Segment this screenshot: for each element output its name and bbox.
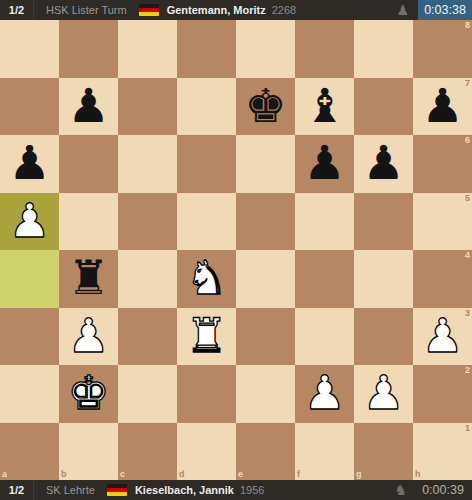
square-c7[interactable] [118,78,177,136]
square-c2[interactable] [118,365,177,423]
white-king: ♚ [67,369,109,416]
bottom-player-bar: 1/2 SK Lehrte Kieselbach, Jannik 1956 ♞ … [0,480,472,500]
square-e3[interactable] [236,308,295,366]
square-h4[interactable]: 4 [413,250,472,308]
square-e5[interactable] [236,193,295,251]
rank-label-7: 7 [465,79,470,88]
white-knight: ♞ [185,254,227,301]
square-h2[interactable]: 2 [413,365,472,423]
top-player-name: Gentemann, Moritz [167,4,266,16]
rank-label-8: 8 [465,21,470,30]
rank-label-5: 5 [465,194,470,203]
square-e1[interactable]: e [236,423,295,481]
square-c5[interactable] [118,193,177,251]
square-d8[interactable] [177,20,236,78]
square-b8[interactable] [59,20,118,78]
square-e8[interactable] [236,20,295,78]
square-b1[interactable]: b [59,423,118,481]
white-pawn: ♟ [421,312,463,359]
square-f2[interactable]: ♟ [295,365,354,423]
rank-label-4: 4 [465,251,470,260]
square-c8[interactable] [118,20,177,78]
rank-label-6: 6 [465,136,470,145]
square-d6[interactable] [177,135,236,193]
black-pawn: ♟ [303,139,345,186]
square-d7[interactable] [177,78,236,136]
square-g7[interactable] [354,78,413,136]
square-c4[interactable] [118,250,177,308]
square-e6[interactable] [236,135,295,193]
german-flag-icon [107,484,127,496]
white-pawn: ♟ [8,197,50,244]
square-a1[interactable]: a [0,423,59,481]
square-a5[interactable]: ♟ [0,193,59,251]
square-f7[interactable]: ♝ [295,78,354,136]
square-b3[interactable]: ♟ [59,308,118,366]
square-d4[interactable]: ♞ [177,250,236,308]
bottom-clock: 0:00:39 [416,480,472,500]
square-g4[interactable] [354,250,413,308]
file-label-e: e [238,470,243,479]
white-rook: ♜ [185,312,227,359]
square-e4[interactable] [236,250,295,308]
square-h1[interactable]: h1 [413,423,472,481]
file-label-f: f [297,470,300,479]
file-label-b: b [61,470,67,479]
square-f4[interactable] [295,250,354,308]
black-pawn: ♟ [421,82,463,129]
square-a4[interactable] [0,250,59,308]
file-label-d: d [179,470,185,479]
bottom-player-rating: 1956 [240,484,264,496]
top-team-name: HSK Lister Turm [46,4,127,16]
black-rook: ♜ [67,254,109,301]
bottom-player-name: Kieselbach, Jannik [135,484,234,496]
top-clock: 0:03:38 [418,0,472,20]
rank-label-3: 3 [465,309,470,318]
square-d1[interactable]: d [177,423,236,481]
square-h5[interactable]: 5 [413,193,472,251]
german-flag-icon [139,4,159,16]
file-label-c: c [120,470,125,479]
square-b2[interactable]: ♚ [59,365,118,423]
square-b4[interactable]: ♜ [59,250,118,308]
black-bishop: ♝ [303,82,345,129]
square-g6[interactable]: ♟ [354,135,413,193]
square-g3[interactable] [354,308,413,366]
square-a6[interactable]: ♟ [0,135,59,193]
top-player-bar: 1/2 HSK Lister Turm Gentemann, Moritz 22… [0,0,472,20]
square-f5[interactable] [295,193,354,251]
white-pawn: ♟ [67,312,109,359]
square-f6[interactable]: ♟ [295,135,354,193]
square-h3[interactable]: ♟3 [413,308,472,366]
square-h7[interactable]: ♟7 [413,78,472,136]
square-b5[interactable] [59,193,118,251]
square-d5[interactable] [177,193,236,251]
square-g2[interactable]: ♟ [354,365,413,423]
square-e2[interactable] [236,365,295,423]
square-a8[interactable] [0,20,59,78]
square-e7[interactable]: ♚ [236,78,295,136]
file-label-h: h [415,470,421,479]
square-b6[interactable] [59,135,118,193]
top-score: 1/2 [0,0,34,20]
square-g5[interactable] [354,193,413,251]
square-c6[interactable] [118,135,177,193]
knight-icon: ♞ [394,483,407,497]
square-a7[interactable] [0,78,59,136]
square-h8[interactable]: 8 [413,20,472,78]
square-g1[interactable]: g [354,423,413,481]
square-f8[interactable] [295,20,354,78]
rank-label-2: 2 [465,366,470,375]
square-d3[interactable]: ♜ [177,308,236,366]
square-a2[interactable] [0,365,59,423]
top-player-rating: 2268 [272,4,296,16]
file-label-g: g [356,470,362,479]
black-pawn: ♟ [8,139,50,186]
black-king: ♚ [244,82,286,129]
rank-label-1: 1 [465,424,470,433]
chess-board[interactable]: 8♟♚♝♟7♟♟♟6♟5♜♞4♟♜♟3♚♟♟2abcdefgh1 [0,20,472,480]
white-pawn: ♟ [303,369,345,416]
file-label-a: a [2,470,7,479]
square-d2[interactable] [177,365,236,423]
square-b7[interactable]: ♟ [59,78,118,136]
square-a3[interactable] [0,308,59,366]
square-c1[interactable]: c [118,423,177,481]
bottom-score: 1/2 [0,480,34,500]
square-h6[interactable]: 6 [413,135,472,193]
black-pawn: ♟ [67,82,109,129]
bottom-team-name: SK Lehrte [46,484,95,496]
white-pawn: ♟ [362,369,404,416]
square-g8[interactable] [354,20,413,78]
square-c3[interactable] [118,308,177,366]
square-f3[interactable] [295,308,354,366]
pawn-icon: ♟ [396,3,409,17]
black-pawn: ♟ [362,139,404,186]
square-f1[interactable]: f [295,423,354,481]
